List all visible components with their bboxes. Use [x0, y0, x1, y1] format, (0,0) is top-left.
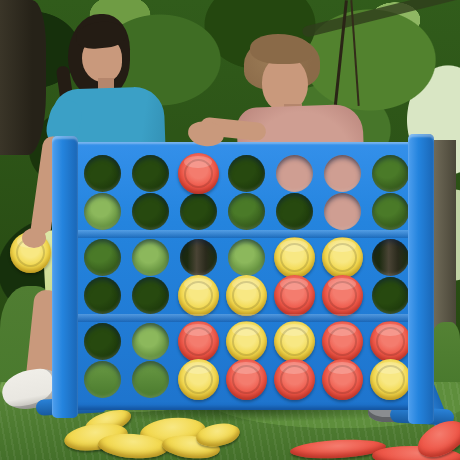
red-disc — [178, 153, 219, 194]
cell-r3c3 — [174, 238, 222, 276]
empty-hole — [132, 361, 169, 398]
cell-r5c4 — [222, 322, 270, 360]
cell-r2c4 — [222, 192, 270, 230]
empty-hole — [84, 193, 121, 230]
cell-r3c4 — [222, 238, 270, 276]
empty-hole — [275, 154, 313, 192]
backyard-scene — [0, 0, 460, 460]
cell-r5c2 — [126, 322, 174, 360]
cell-r6c1 — [78, 360, 126, 398]
board-rail — [62, 230, 430, 238]
cell-r1c6 — [318, 154, 366, 192]
cell-r3c7 — [366, 238, 414, 276]
empty-hole — [276, 193, 313, 230]
cell-r4c4 — [222, 276, 270, 314]
yellow-disc — [274, 321, 315, 362]
cell-r5c1 — [78, 322, 126, 360]
yellow-disc — [322, 237, 363, 278]
empty-hole — [372, 155, 409, 192]
red-disc — [274, 275, 315, 316]
empty-hole — [132, 155, 169, 192]
cell-r6c7 — [366, 360, 414, 398]
cell-r3c5 — [270, 238, 318, 276]
red-disc — [322, 321, 363, 362]
connect-four-board — [62, 142, 430, 410]
cell-r1c3 — [174, 154, 222, 192]
girl-hand — [22, 228, 46, 248]
cell-r4c1 — [78, 276, 126, 314]
empty-hole — [323, 192, 361, 230]
cell-r2c1 — [78, 192, 126, 230]
empty-hole — [372, 277, 409, 314]
empty-hole — [132, 239, 169, 276]
empty-hole — [323, 154, 361, 192]
empty-hole — [132, 323, 169, 360]
board-right-post — [408, 134, 434, 424]
cell-r2c3 — [174, 192, 222, 230]
board-grid — [62, 142, 430, 410]
cell-r6c5 — [270, 360, 318, 398]
yellow-disc — [274, 237, 315, 278]
empty-hole — [180, 193, 217, 230]
cell-r3c6 — [318, 238, 366, 276]
empty-hole — [372, 193, 409, 230]
red-disc — [178, 321, 219, 362]
red-disc — [274, 359, 315, 400]
cell-r5c6 — [318, 322, 366, 360]
cell-r1c4 — [222, 154, 270, 192]
board-rail — [62, 314, 430, 322]
empty-hole — [84, 155, 121, 192]
yellow-disc — [226, 321, 267, 362]
yellow-disc — [178, 359, 219, 400]
empty-hole — [372, 239, 409, 276]
board-left-post — [52, 136, 78, 418]
cell-r6c6 — [318, 360, 366, 398]
boy-hair-fringe — [250, 34, 312, 64]
cell-r6c2 — [126, 360, 174, 398]
empty-hole — [84, 277, 121, 314]
cell-r6c3 — [174, 360, 222, 398]
cell-r2c7 — [366, 192, 414, 230]
empty-hole — [84, 239, 121, 276]
cell-r1c7 — [366, 154, 414, 192]
yellow-disc — [370, 359, 411, 400]
cell-r4c5 — [270, 276, 318, 314]
empty-hole — [84, 361, 121, 398]
cell-r1c5 — [270, 154, 318, 192]
cell-r4c3 — [174, 276, 222, 314]
red-disc — [322, 275, 363, 316]
cell-r2c2 — [126, 192, 174, 230]
cell-r2c6 — [318, 192, 366, 230]
empty-hole — [228, 239, 265, 276]
cell-r2c5 — [270, 192, 318, 230]
empty-hole — [84, 323, 121, 360]
yellow-disc — [178, 275, 219, 316]
red-disc — [322, 359, 363, 400]
cell-r1c2 — [126, 154, 174, 192]
tree-trunk-left — [0, 0, 46, 155]
cell-r6c4 — [222, 360, 270, 398]
cell-r5c3 — [174, 322, 222, 360]
cell-r4c2 — [126, 276, 174, 314]
empty-hole — [228, 193, 265, 230]
empty-hole — [180, 239, 217, 276]
empty-hole — [228, 155, 265, 192]
red-disc — [226, 359, 267, 400]
cell-r4c6 — [318, 276, 366, 314]
yellow-disc — [226, 275, 267, 316]
red-disc — [370, 321, 411, 362]
cell-r5c7 — [366, 322, 414, 360]
empty-hole — [132, 277, 169, 314]
cell-r3c2 — [126, 238, 174, 276]
cell-r5c5 — [270, 322, 318, 360]
empty-hole — [132, 193, 169, 230]
cell-r4c7 — [366, 276, 414, 314]
cell-r3c1 — [78, 238, 126, 276]
cell-r1c1 — [78, 154, 126, 192]
